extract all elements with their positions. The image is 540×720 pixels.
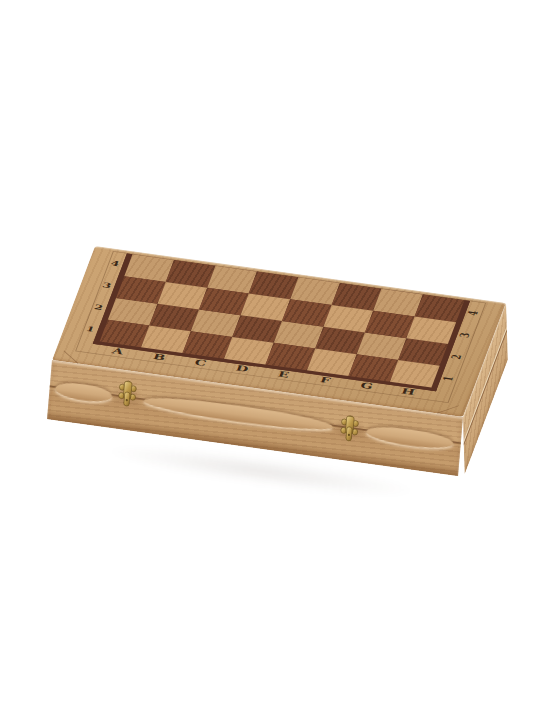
clasp-icon	[340, 415, 359, 442]
finger-groove-right	[366, 424, 454, 452]
frame-miter-right	[437, 405, 459, 413]
finger-groove-left	[55, 380, 113, 404]
square-h1	[390, 360, 440, 388]
chessboard-squares	[100, 254, 465, 387]
clasp-icon	[118, 380, 137, 407]
frame-miter-left	[63, 351, 78, 364]
product-photo: 4321 4321 ABCDEFGH	[0, 0, 540, 720]
brass-clasp-left	[116, 378, 139, 410]
finger-groove-center	[143, 393, 333, 435]
brass-clasp-right	[338, 413, 361, 445]
